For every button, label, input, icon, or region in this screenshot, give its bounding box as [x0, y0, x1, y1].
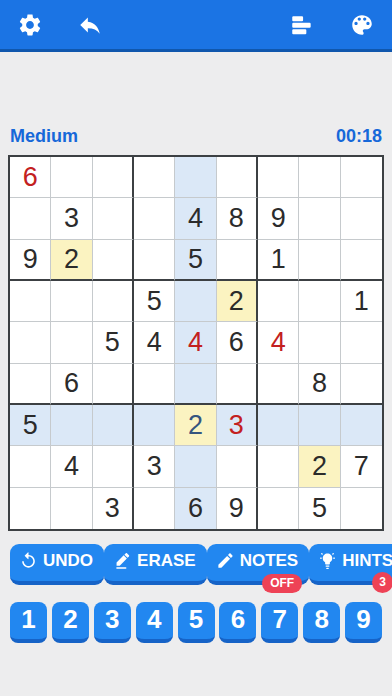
- sudoku-cell-r7c6[interactable]: 3: [217, 405, 258, 446]
- sudoku-cell-r1c4[interactable]: [134, 157, 175, 198]
- sudoku-cell-r6c9[interactable]: [341, 364, 382, 405]
- sudoku-cell-r5c6[interactable]: 6: [217, 322, 258, 363]
- sudoku-cell-r8c2[interactable]: 4: [51, 446, 92, 487]
- sudoku-cell-r1c1[interactable]: 6: [10, 157, 51, 198]
- toolbar-left-group: [16, 11, 104, 39]
- sudoku-cell-r2c5[interactable]: 4: [175, 198, 216, 239]
- sudoku-cell-r7c5[interactable]: 2: [175, 405, 216, 446]
- sudoku-cell-r6c5[interactable]: [175, 364, 216, 405]
- sudoku-cell-r2c4[interactable]: [134, 198, 175, 239]
- sudoku-cell-r9c7[interactable]: [258, 488, 299, 529]
- sudoku-cell-r4c8[interactable]: [299, 281, 340, 322]
- sudoku-cell-r8c9[interactable]: 7: [341, 446, 382, 487]
- sudoku-cell-r2c8[interactable]: [299, 198, 340, 239]
- sudoku-cell-r2c3[interactable]: [93, 198, 134, 239]
- sudoku-cell-r9c4[interactable]: [134, 488, 175, 529]
- sudoku-cell-r8c4[interactable]: 3: [134, 446, 175, 487]
- numpad-key-3[interactable]: 3: [94, 602, 131, 643]
- sudoku-cell-r5c8[interactable]: [299, 322, 340, 363]
- sudoku-cell-r7c3[interactable]: [93, 405, 134, 446]
- notes-label: NOTES: [240, 551, 299, 571]
- difficulty-label: Medium: [10, 126, 78, 147]
- sudoku-cell-r8c5[interactable]: [175, 446, 216, 487]
- sudoku-cell-r7c9[interactable]: [341, 405, 382, 446]
- notes-button[interactable]: NOTES OFF: [207, 544, 310, 585]
- numpad-key-6[interactable]: 6: [219, 602, 256, 643]
- status-row: Medium 00:18: [0, 126, 392, 147]
- sudoku-cell-r8c6[interactable]: [217, 446, 258, 487]
- sudoku-cell-r9c2[interactable]: [51, 488, 92, 529]
- sudoku-cell-r7c2[interactable]: [51, 405, 92, 446]
- stats-icon[interactable]: [288, 11, 316, 39]
- sudoku-cell-r3c9[interactable]: [341, 240, 382, 281]
- sudoku-cell-r3c1[interactable]: 9: [10, 240, 51, 281]
- sudoku-cell-r9c9[interactable]: [341, 488, 382, 529]
- sudoku-cell-r1c6[interactable]: [217, 157, 258, 198]
- sudoku-cell-r3c3[interactable]: [93, 240, 134, 281]
- sudoku-cell-r3c7[interactable]: 1: [258, 240, 299, 281]
- sudoku-cell-r4c5[interactable]: [175, 281, 216, 322]
- back-icon[interactable]: [76, 11, 104, 39]
- control-buttons: UNDO ERASE NOTES OFF HINTS 3: [0, 544, 392, 585]
- hints-label: HINTS: [342, 551, 392, 571]
- sudoku-cell-r9c6[interactable]: 9: [217, 488, 258, 529]
- sudoku-cell-r4c2[interactable]: [51, 281, 92, 322]
- sudoku-cell-r5c1[interactable]: [10, 322, 51, 363]
- sudoku-cell-r5c2[interactable]: [51, 322, 92, 363]
- sudoku-cell-r7c7[interactable]: [258, 405, 299, 446]
- sudoku-cell-r6c3[interactable]: [93, 364, 134, 405]
- sudoku-cell-r9c8[interactable]: 5: [299, 488, 340, 529]
- sudoku-cell-r1c2[interactable]: [51, 157, 92, 198]
- sudoku-cell-r1c8[interactable]: [299, 157, 340, 198]
- numpad-key-9[interactable]: 9: [345, 602, 382, 643]
- sudoku-cell-r6c6[interactable]: [217, 364, 258, 405]
- sudoku-cell-r6c1[interactable]: [10, 364, 51, 405]
- sudoku-cell-r8c3[interactable]: [93, 446, 134, 487]
- sudoku-cell-r8c7[interactable]: [258, 446, 299, 487]
- top-toolbar: [0, 0, 392, 52]
- undo-button[interactable]: UNDO: [10, 544, 104, 585]
- sudoku-cell-r7c4[interactable]: [134, 405, 175, 446]
- sudoku-cell-r4c3[interactable]: [93, 281, 134, 322]
- settings-icon[interactable]: [16, 11, 44, 39]
- sudoku-cell-r2c1[interactable]: [10, 198, 51, 239]
- notes-icon: [216, 551, 235, 570]
- sudoku-cell-r5c5[interactable]: 4: [175, 322, 216, 363]
- palette-icon[interactable]: [348, 11, 376, 39]
- notes-off-badge: OFF: [262, 574, 302, 593]
- numpad-key-2[interactable]: 2: [52, 602, 89, 643]
- sudoku-cell-r7c8[interactable]: [299, 405, 340, 446]
- sudoku-cell-r2c2[interactable]: 3: [51, 198, 92, 239]
- timer: 00:18: [336, 126, 382, 147]
- sudoku-cell-r9c5[interactable]: 6: [175, 488, 216, 529]
- undo-icon: [19, 551, 38, 570]
- sudoku-cell-r5c4[interactable]: 4: [134, 322, 175, 363]
- undo-label: UNDO: [43, 551, 93, 571]
- sudoku-cell-r4c6[interactable]: 2: [217, 281, 258, 322]
- numpad-key-8[interactable]: 8: [303, 602, 340, 643]
- sudoku-board: 634899251521544646852343273695: [8, 155, 384, 531]
- numpad-key-5[interactable]: 5: [178, 602, 215, 643]
- numpad: 123456789: [0, 602, 392, 643]
- sudoku-cell-r1c3[interactable]: [93, 157, 134, 198]
- sudoku-cell-r2c7[interactable]: 9: [258, 198, 299, 239]
- sudoku-cell-r7c1[interactable]: 5: [10, 405, 51, 446]
- hints-count-badge: 3: [372, 572, 392, 593]
- numpad-key-4[interactable]: 4: [136, 602, 173, 643]
- sudoku-cell-r9c1[interactable]: [10, 488, 51, 529]
- sudoku-cell-r6c7[interactable]: [258, 364, 299, 405]
- sudoku-cell-r5c7[interactable]: 4: [258, 322, 299, 363]
- sudoku-cell-r3c5[interactable]: 5: [175, 240, 216, 281]
- sudoku-cell-r1c5[interactable]: [175, 157, 216, 198]
- sudoku-cell-r1c9[interactable]: [341, 157, 382, 198]
- hints-icon: [318, 551, 337, 570]
- sudoku-cell-r3c2[interactable]: 2: [51, 240, 92, 281]
- hints-button[interactable]: HINTS 3: [309, 544, 392, 585]
- numpad-key-7[interactable]: 7: [261, 602, 298, 643]
- sudoku-cell-r4c4[interactable]: 5: [134, 281, 175, 322]
- sudoku-cell-r6c4[interactable]: [134, 364, 175, 405]
- sudoku-cell-r3c8[interactable]: [299, 240, 340, 281]
- sudoku-cell-r3c4[interactable]: [134, 240, 175, 281]
- sudoku-cell-r3c6[interactable]: [217, 240, 258, 281]
- sudoku-cell-r5c3[interactable]: 5: [93, 322, 134, 363]
- sudoku-cell-r8c1[interactable]: [10, 446, 51, 487]
- sudoku-cell-r9c3[interactable]: 3: [93, 488, 134, 529]
- sudoku-cell-r4c9[interactable]: 1: [341, 281, 382, 322]
- sudoku-cell-r6c2[interactable]: 6: [51, 364, 92, 405]
- erase-label: ERASE: [137, 551, 196, 571]
- sudoku-cell-r1c7[interactable]: [258, 157, 299, 198]
- toolbar-right-group: [288, 11, 376, 39]
- sudoku-cell-r2c6[interactable]: 8: [217, 198, 258, 239]
- sudoku-cell-r4c1[interactable]: [10, 281, 51, 322]
- numpad-key-1[interactable]: 1: [10, 602, 47, 643]
- sudoku-cell-r8c8[interactable]: 2: [299, 446, 340, 487]
- sudoku-cell-r2c9[interactable]: [341, 198, 382, 239]
- erase-icon: [113, 551, 132, 570]
- sudoku-cell-r4c7[interactable]: [258, 281, 299, 322]
- sudoku-cell-r5c9[interactable]: [341, 322, 382, 363]
- sudoku-cell-r6c8[interactable]: 8: [299, 364, 340, 405]
- erase-button[interactable]: ERASE: [104, 544, 207, 585]
